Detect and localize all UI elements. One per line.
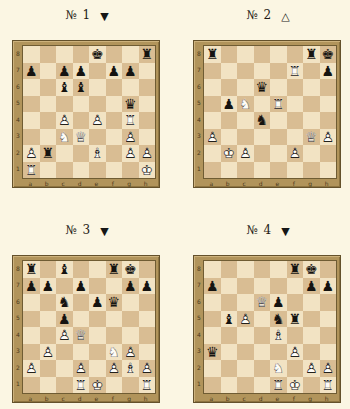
file-label-d: d — [72, 394, 89, 402]
square-d2: ♟♙ — [73, 360, 90, 377]
square-d6: ♛ — [254, 79, 271, 96]
square-h6 — [320, 79, 337, 96]
square-b6 — [221, 79, 238, 96]
square-b8 — [40, 261, 57, 278]
square-d6: ♝ — [73, 79, 90, 96]
square-c6: ♞ — [56, 294, 73, 311]
square-a1 — [204, 377, 221, 394]
piece-black-pawn: ♟ — [106, 63, 123, 80]
square-d5 — [73, 311, 90, 328]
rank-label-5: 5 — [195, 95, 203, 112]
square-g3 — [303, 344, 320, 361]
file-label-b: b — [39, 394, 56, 402]
square-c6: ♝ — [56, 79, 73, 96]
piece-black-knight: ♞ — [56, 294, 73, 311]
square-h5 — [139, 311, 156, 328]
rank-label-3: 3 — [14, 343, 22, 360]
rank-label-8: 8 — [14, 45, 22, 62]
square-h8: ♜ — [139, 46, 156, 63]
file-label-c: c — [236, 179, 253, 187]
file-label-h: h — [138, 394, 155, 402]
square-g3: ♟♙ — [122, 129, 139, 146]
piece-black-pawn: ♟ — [23, 63, 40, 80]
piece-black-pawn: ♟ — [73, 278, 90, 295]
square-c4 — [237, 327, 254, 344]
square-f3: ♟♙ — [287, 344, 304, 361]
square-d1: ♜♖ — [73, 377, 90, 394]
square-a8 — [204, 261, 221, 278]
piece-black-pawn: ♟ — [122, 63, 139, 80]
rank-label-6: 6 — [195, 293, 203, 310]
piece-white-bishop: ♝♗ — [122, 360, 139, 377]
piece-black-pawn: ♟ — [303, 278, 320, 295]
file-label-a: a — [22, 394, 39, 402]
square-d8 — [254, 261, 271, 278]
square-b4 — [40, 112, 57, 129]
square-g4 — [303, 112, 320, 129]
diagram-2-header: № 2 △ — [193, 7, 343, 23]
piece-white-pawn: ♟♙ — [139, 145, 156, 162]
square-f5 — [106, 311, 123, 328]
square-b8 — [40, 46, 57, 63]
square-a7 — [204, 63, 221, 80]
square-d7: ♟ — [73, 278, 90, 295]
file-label-f: f — [105, 179, 122, 187]
piece-black-bishop: ♝ — [56, 261, 73, 278]
square-f4 — [106, 112, 123, 129]
piece-white-rook: ♜♖ — [320, 377, 337, 394]
square-b2 — [221, 360, 238, 377]
square-e4: ♝♗ — [270, 327, 287, 344]
square-e6: ♟ — [270, 294, 287, 311]
piece-white-rook: ♜♖ — [23, 162, 40, 179]
piece-white-king: ♚♔ — [139, 162, 156, 179]
file-labels: abcdefgh — [22, 179, 154, 187]
square-c8 — [237, 46, 254, 63]
square-g5 — [122, 311, 139, 328]
square-e2 — [89, 360, 106, 377]
square-a3: ♛ — [204, 344, 221, 361]
square-a4 — [23, 112, 40, 129]
piece-white-rook: ♜♖ — [270, 377, 287, 394]
diagram-2-label: № 2 — [246, 8, 272, 22]
square-h3 — [139, 344, 156, 361]
square-e4: ♟♙ — [89, 112, 106, 129]
piece-white-rook: ♜♖ — [287, 63, 304, 80]
square-a2 — [204, 145, 221, 162]
square-d4 — [73, 112, 90, 129]
square-f5: ♜ — [287, 311, 304, 328]
square-a7: ♟ — [23, 63, 40, 80]
square-g6 — [303, 294, 320, 311]
rank-label-6: 6 — [195, 78, 203, 95]
square-h4 — [139, 327, 156, 344]
square-f7: ♟ — [106, 63, 123, 80]
file-label-f: f — [105, 394, 122, 402]
piece-black-king: ♚ — [89, 46, 106, 63]
rank-label-4: 4 — [195, 111, 203, 128]
rank-label-1: 1 — [195, 161, 203, 178]
square-b7 — [221, 278, 238, 295]
black-to-move-icon: ▼ — [281, 226, 289, 237]
piece-white-queen: ♛♕ — [73, 129, 90, 146]
file-label-h: h — [138, 179, 155, 187]
square-e3 — [270, 129, 287, 146]
file-label-b: b — [39, 179, 56, 187]
square-a5 — [204, 96, 221, 113]
square-b4 — [221, 327, 238, 344]
square-d7 — [254, 63, 271, 80]
square-e8 — [89, 261, 106, 278]
square-g2: ♟♙ — [122, 145, 139, 162]
square-c5: ♞♘ — [237, 96, 254, 113]
file-label-c: c — [55, 394, 72, 402]
square-d8 — [73, 46, 90, 63]
piece-white-king: ♚♔ — [89, 377, 106, 394]
diagram-3-label: № 3 — [65, 223, 91, 237]
file-label-g: g — [121, 394, 138, 402]
square-h3 — [139, 129, 156, 146]
diagram-1-header: № 1 ▼ — [12, 7, 162, 23]
square-f5 — [287, 96, 304, 113]
file-label-f: f — [286, 179, 303, 187]
chess-board-3: ♜♝♜♚♟♟♟♟♟♞♟♛♟♟♙♛♕♟♙♞♘♟♙♟♙♟♙♟♙♝♗♟♙♜♖♚♔♜♖8… — [12, 255, 160, 403]
square-g4: ♜♖ — [122, 112, 139, 129]
piece-white-pawn: ♟♙ — [287, 145, 304, 162]
square-g8: ♜ — [303, 46, 320, 63]
square-g8: ♚ — [303, 261, 320, 278]
square-c2: ♟♙ — [237, 145, 254, 162]
square-h8: ♚ — [320, 46, 337, 63]
square-e6 — [270, 79, 287, 96]
square-b4 — [40, 327, 57, 344]
rank-label-6: 6 — [14, 293, 22, 310]
piece-black-king: ♚ — [122, 261, 139, 278]
square-d3 — [73, 344, 90, 361]
square-g3: ♛♕ — [303, 129, 320, 146]
piece-white-pawn: ♟♙ — [23, 360, 40, 377]
square-h4 — [320, 327, 337, 344]
square-b7 — [40, 63, 57, 80]
square-c3 — [237, 344, 254, 361]
piece-black-queen: ♛ — [254, 79, 271, 96]
piece-black-rook: ♜ — [139, 46, 156, 63]
rank-label-6: 6 — [14, 78, 22, 95]
square-h6 — [139, 79, 156, 96]
board-grid: ♜♜♚♜♖♟♛♟♞♘♜♖♞♟♙♛♕♟♙♚♔♟♙♟♙ — [203, 45, 337, 179]
square-a6 — [23, 79, 40, 96]
square-e8: ♚ — [89, 46, 106, 63]
square-e3 — [89, 344, 106, 361]
diagram-3: № 3 ▼ ♜♝♜♚♟♟♟♟♟♞♟♛♟♟♙♛♕♟♙♞♘♟♙♟♙♟♙♟♙♝♗♟♙♜… — [12, 222, 162, 403]
square-h7: ♟ — [320, 63, 337, 80]
square-d2 — [254, 360, 271, 377]
black-to-move-icon: ▼ — [100, 226, 108, 237]
square-h1 — [320, 162, 337, 179]
file-label-a: a — [22, 179, 39, 187]
rank-label-1: 1 — [14, 161, 22, 178]
square-d7 — [254, 278, 271, 295]
rank-label-4: 4 — [14, 111, 22, 128]
square-c2 — [237, 360, 254, 377]
square-b2: ♚♔ — [221, 145, 238, 162]
square-a8 — [23, 46, 40, 63]
square-b3 — [221, 344, 238, 361]
piece-white-pawn: ♟♙ — [122, 145, 139, 162]
square-d1 — [254, 162, 271, 179]
file-labels: abcdefgh — [203, 179, 335, 187]
piece-white-king: ♚♔ — [221, 145, 238, 162]
square-c5: ♟ — [56, 311, 73, 328]
square-a2: ♟♙ — [23, 145, 40, 162]
square-e6: ♟ — [89, 294, 106, 311]
file-label-g: g — [302, 394, 319, 402]
file-label-b: b — [220, 394, 237, 402]
square-f1 — [106, 377, 123, 394]
piece-black-knight: ♞ — [270, 311, 287, 328]
piece-white-knight: ♞♘ — [106, 344, 123, 361]
file-label-d: d — [253, 179, 270, 187]
square-h8 — [139, 261, 156, 278]
piece-white-pawn: ♟♙ — [237, 311, 254, 328]
square-h1: ♚♔ — [139, 162, 156, 179]
rank-label-2: 2 — [14, 359, 22, 376]
piece-white-pawn: ♟♙ — [106, 360, 123, 377]
square-e7 — [89, 278, 106, 295]
square-c3: ♞♘ — [56, 129, 73, 146]
square-f8: ♜ — [106, 261, 123, 278]
piece-white-pawn: ♟♙ — [139, 360, 156, 377]
square-f8 — [287, 46, 304, 63]
square-d5 — [254, 96, 271, 113]
square-b7: ♟ — [40, 278, 57, 295]
piece-white-rook: ♜♖ — [122, 112, 139, 129]
piece-white-knight: ♞♘ — [237, 96, 254, 113]
square-c2 — [56, 145, 73, 162]
rank-label-8: 8 — [195, 260, 203, 277]
square-h1: ♜♖ — [139, 377, 156, 394]
square-b1 — [221, 162, 238, 179]
rank-label-1: 1 — [195, 376, 203, 393]
square-c6 — [237, 294, 254, 311]
square-g7: ♟ — [303, 278, 320, 295]
square-g1 — [122, 162, 139, 179]
square-d1 — [254, 377, 271, 394]
piece-white-pawn: ♟♙ — [320, 129, 337, 146]
piece-black-knight: ♞ — [254, 112, 271, 129]
square-e4 — [89, 327, 106, 344]
piece-black-pawn: ♟ — [221, 96, 238, 113]
square-f6 — [287, 79, 304, 96]
square-a8: ♜ — [204, 46, 221, 63]
square-c5: ♟♙ — [237, 311, 254, 328]
piece-black-queen: ♛ — [122, 96, 139, 113]
rank-label-8: 8 — [195, 45, 203, 62]
piece-black-rook: ♜ — [287, 311, 304, 328]
rank-label-7: 7 — [14, 62, 22, 79]
square-d3 — [254, 129, 271, 146]
file-label-e: e — [269, 179, 286, 187]
square-h7: ♟ — [320, 278, 337, 295]
square-a6 — [23, 294, 40, 311]
square-b6 — [40, 294, 57, 311]
piece-black-pawn: ♟ — [320, 63, 337, 80]
square-f6 — [287, 294, 304, 311]
square-d5 — [73, 96, 90, 113]
square-b2: ♜ — [40, 145, 57, 162]
file-label-g: g — [121, 179, 138, 187]
square-f2: ♟♙ — [106, 360, 123, 377]
square-e1: ♚♔ — [89, 377, 106, 394]
square-f8 — [106, 46, 123, 63]
square-h4 — [139, 112, 156, 129]
square-h4 — [320, 112, 337, 129]
square-e7 — [89, 63, 106, 80]
square-b3 — [221, 129, 238, 146]
file-label-e: e — [269, 394, 286, 402]
square-h2: ♟♙ — [320, 360, 337, 377]
piece-black-pawn: ♟ — [270, 294, 287, 311]
piece-black-rook: ♜ — [204, 46, 221, 63]
rank-label-3: 3 — [195, 343, 203, 360]
square-h7 — [139, 63, 156, 80]
square-f6: ♛ — [106, 294, 123, 311]
square-a4 — [23, 327, 40, 344]
file-label-e: e — [88, 179, 105, 187]
square-b7 — [221, 63, 238, 80]
square-e2: ♞♘ — [270, 360, 287, 377]
square-d6: ♛♕ — [254, 294, 271, 311]
rank-labels: 87654321 — [195, 260, 203, 392]
square-b3 — [40, 129, 57, 146]
square-b8 — [221, 46, 238, 63]
piece-white-pawn: ♟♙ — [23, 145, 40, 162]
square-c2 — [56, 360, 73, 377]
diagram-1-label: № 1 — [65, 8, 91, 22]
square-a7: ♟ — [23, 278, 40, 295]
piece-black-pawn: ♟ — [56, 311, 73, 328]
piece-white-knight: ♞♘ — [56, 129, 73, 146]
square-b5 — [40, 96, 57, 113]
square-c8: ♝ — [56, 261, 73, 278]
square-c1 — [56, 162, 73, 179]
piece-black-pawn: ♟ — [204, 278, 221, 295]
square-a3 — [23, 129, 40, 146]
square-f6 — [106, 79, 123, 96]
rank-label-3: 3 — [14, 128, 22, 145]
square-g7: ♟ — [122, 63, 139, 80]
square-c7 — [56, 278, 73, 295]
square-a1: ♜♖ — [23, 162, 40, 179]
rank-label-5: 5 — [14, 310, 22, 327]
file-label-c: c — [55, 179, 72, 187]
square-c7 — [237, 278, 254, 295]
square-f5 — [106, 96, 123, 113]
rank-label-7: 7 — [14, 277, 22, 294]
square-e1: ♜♖ — [270, 377, 287, 394]
square-g2 — [303, 145, 320, 162]
square-d6 — [73, 294, 90, 311]
square-e5: ♜♖ — [270, 96, 287, 113]
square-b3: ♟♙ — [40, 344, 57, 361]
square-e2 — [270, 145, 287, 162]
square-c6 — [237, 79, 254, 96]
piece-white-pawn: ♟♙ — [204, 129, 221, 146]
square-c1 — [237, 162, 254, 179]
square-a2 — [204, 360, 221, 377]
rank-label-7: 7 — [195, 62, 203, 79]
square-g1 — [122, 377, 139, 394]
rank-label-5: 5 — [195, 310, 203, 327]
file-label-h: h — [319, 394, 336, 402]
piece-white-bishop: ♝♗ — [270, 327, 287, 344]
square-g6 — [303, 79, 320, 96]
rank-label-8: 8 — [14, 260, 22, 277]
square-h3: ♟♙ — [320, 129, 337, 146]
piece-white-pawn: ♟♙ — [287, 344, 304, 361]
square-c4: ♟♙ — [56, 112, 73, 129]
square-d5 — [254, 311, 271, 328]
square-g5: ♛ — [122, 96, 139, 113]
black-to-move-icon: ▼ — [100, 11, 108, 22]
square-f1 — [106, 162, 123, 179]
square-e2: ♝♗ — [89, 145, 106, 162]
piece-black-rook: ♜ — [23, 261, 40, 278]
square-b1 — [40, 162, 57, 179]
diagram-4-label: № 4 — [246, 223, 272, 237]
square-g4 — [303, 327, 320, 344]
square-e6 — [89, 79, 106, 96]
square-d4: ♛♕ — [73, 327, 90, 344]
file-label-h: h — [319, 179, 336, 187]
diagram-4: № 4 ▼ ♜♚♟♟♟♛♕♟♝♟♙♞♜♝♗♛♟♙♞♘♟♙♟♙♜♖♚♔♜♖8765… — [193, 222, 343, 403]
square-h5 — [139, 96, 156, 113]
piece-black-rook: ♜ — [106, 261, 123, 278]
square-a4 — [204, 112, 221, 129]
diagram-4-header: № 4 ▼ — [193, 222, 343, 238]
square-b1 — [221, 377, 238, 394]
square-a4 — [204, 327, 221, 344]
square-g2: ♟♙ — [303, 360, 320, 377]
piece-white-pawn: ♟♙ — [237, 145, 254, 162]
piece-black-queen: ♛ — [204, 344, 221, 361]
square-c7 — [237, 63, 254, 80]
piece-black-king: ♚ — [320, 46, 337, 63]
square-g3: ♟♙ — [122, 344, 139, 361]
rank-labels: 87654321 — [14, 260, 22, 392]
square-d4: ♞ — [254, 112, 271, 129]
square-e5 — [89, 96, 106, 113]
piece-white-queen: ♛♕ — [303, 129, 320, 146]
file-label-e: e — [88, 394, 105, 402]
diagram-2: № 2 △ ♜♜♚♜♖♟♛♟♞♘♜♖♞♟♙♛♕♟♙♚♔♟♙♟♙87654321a… — [193, 7, 343, 188]
square-e4 — [270, 112, 287, 129]
piece-black-bishop: ♝ — [56, 79, 73, 96]
square-f3: ♞♘ — [106, 344, 123, 361]
square-e3 — [89, 129, 106, 146]
square-f4 — [287, 112, 304, 129]
piece-white-rook: ♜♖ — [73, 377, 90, 394]
square-g6 — [122, 294, 139, 311]
piece-white-pawn: ♟♙ — [122, 344, 139, 361]
piece-white-knight: ♞♘ — [270, 360, 287, 377]
square-a3: ♟♙ — [204, 129, 221, 146]
square-e1 — [270, 162, 287, 179]
square-b5: ♝ — [221, 311, 238, 328]
square-b6 — [40, 79, 57, 96]
square-b8 — [221, 261, 238, 278]
square-c8 — [56, 46, 73, 63]
